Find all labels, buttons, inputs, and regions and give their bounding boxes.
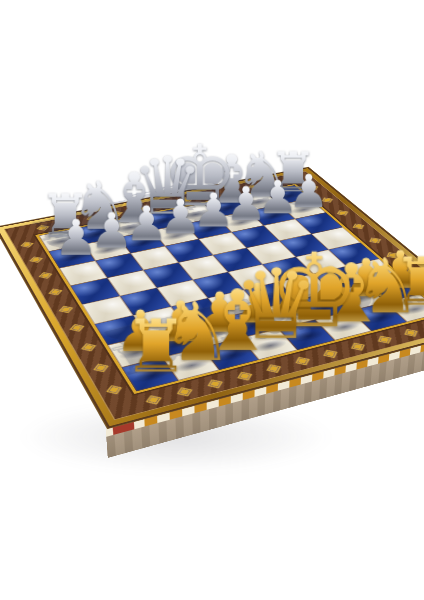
gold-rook[interactable]: ♜: [123, 310, 188, 383]
board-photo-scene: ◈◈◈◈◈◈◈◈◈◈◈ ◈◈◈◈◈◈◈◈◈◈◈ ◈◈◈◈◈◈◈◈◈◈◈ ◈◈◈◈…: [0, 0, 424, 600]
chess-board: ◈◈◈◈◈◈◈◈◈◈◈ ◈◈◈◈◈◈◈◈◈◈◈ ◈◈◈◈◈◈◈◈◈◈◈ ◈◈◈◈…: [0, 167, 424, 428]
